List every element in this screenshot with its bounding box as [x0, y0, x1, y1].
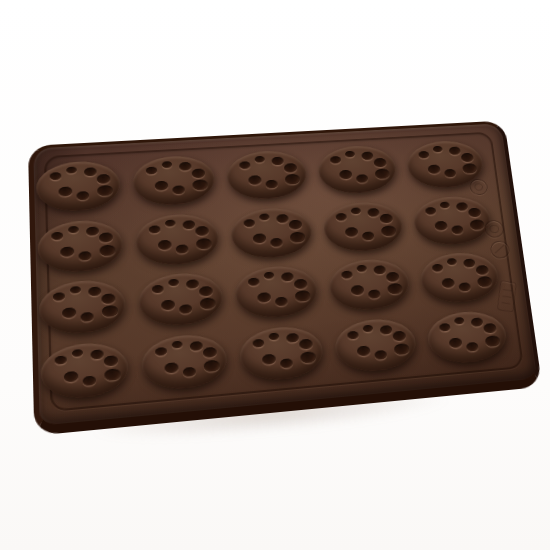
cavity-dimple [425, 207, 436, 215]
cavity-dimple [454, 317, 465, 324]
cavity-dimple [385, 271, 399, 281]
cavity-dimple [270, 238, 283, 247]
cavity-dimple [189, 341, 202, 351]
cavity-dimple [203, 359, 219, 371]
cavity-dimple [248, 175, 262, 185]
cavity-dimple [175, 244, 188, 253]
cavity-dimple [146, 167, 158, 175]
cavity-dimple [475, 265, 489, 275]
cavity-dimple [374, 168, 389, 179]
cavity-dimple [51, 232, 63, 240]
cavity-dimple [284, 174, 300, 185]
cavity-dimple [470, 317, 483, 327]
cavity-dimple [252, 339, 264, 348]
cavity-dimple [182, 367, 195, 377]
cavity-dimple [276, 214, 289, 223]
cavity-dimple [283, 163, 296, 173]
cavity-dimple [171, 340, 182, 348]
cavity-dimple [361, 231, 374, 240]
cavity-dimple [289, 231, 305, 242]
cavity-dimple [164, 362, 178, 373]
cavity-dimple [356, 174, 368, 183]
cavity-dimple [54, 355, 66, 364]
cavity-dimple [268, 332, 279, 340]
cavity-dimple [466, 342, 479, 352]
embossed-crossed-circle-icon [490, 240, 509, 259]
cavity-dimple [162, 161, 172, 168]
cavity-dimple [66, 167, 77, 174]
cavity-dimple [165, 219, 176, 226]
cavity-dimple [99, 244, 115, 256]
cavity-dimple [248, 278, 260, 287]
cavity-dimple [98, 232, 112, 243]
cavity-dimple [254, 156, 264, 163]
cavity-dimple [101, 305, 117, 317]
cavity-dimple [76, 191, 89, 200]
cavity-dimple [179, 304, 192, 314]
cavity-dimple [432, 264, 443, 272]
cavity-dimple [265, 180, 278, 189]
cavity-dimple [103, 355, 117, 366]
cavity-dimple [434, 220, 447, 230]
cavity-dimple [335, 213, 346, 221]
cavity-dimple [72, 349, 83, 357]
cavity-dimple [286, 333, 299, 343]
cavity-dimple [182, 220, 195, 229]
cavity-dimple [179, 162, 192, 171]
cavity-dimple [379, 325, 392, 335]
cavity-dimple [484, 335, 500, 347]
cavity-dimple [427, 164, 440, 174]
cavity-dimple [149, 225, 161, 233]
cavity-dimple [460, 152, 473, 161]
cavity-dimple [432, 146, 442, 153]
cavity-dimple [243, 219, 255, 227]
cavity-dimple [275, 297, 288, 307]
cavity-dimple [88, 287, 101, 297]
cavity-dimple [362, 324, 373, 332]
cavity-dimple [84, 168, 97, 177]
cavity-dimple [439, 201, 449, 208]
cavity-dimple [96, 173, 110, 183]
cavity-dimple [191, 168, 205, 178]
cavity-dimple [279, 358, 292, 368]
cavity-dimple [379, 214, 393, 224]
cavity-dimple [368, 290, 381, 299]
cavity-dimple [418, 151, 429, 159]
cavity-dimple [199, 297, 215, 309]
cavity-dimple [448, 337, 462, 348]
cavity-dimple [70, 286, 81, 294]
cavity-dimple [341, 271, 353, 279]
cavity-dimple [262, 353, 276, 364]
cavity-dimple [68, 226, 79, 233]
cavity-dimple [373, 265, 386, 274]
cavity-dimple [202, 347, 216, 358]
cavity-dimple [439, 323, 451, 332]
cavity-dimple [367, 208, 379, 217]
cavity-dimple [60, 246, 74, 257]
cavity-dimple [441, 278, 455, 288]
cavity-dimple [78, 251, 91, 261]
silicone-chocolate-mould [28, 121, 542, 436]
cavity-dimple [463, 259, 475, 268]
embossed-marking [497, 280, 517, 312]
cavity-dimple [451, 225, 463, 234]
cavity-dimple [252, 233, 266, 243]
cavity-dimple [392, 331, 406, 342]
cavity-dimple [90, 349, 103, 359]
cavity-dimple [361, 152, 373, 161]
cavity-dimple [168, 279, 179, 287]
cavity-dimple [172, 185, 185, 194]
cavity-dimple [468, 208, 481, 218]
cavity-dimple [62, 307, 76, 318]
cavity-dimple [483, 323, 497, 334]
cavity-dimple [195, 226, 209, 236]
cavity-dimple [257, 292, 271, 303]
cavity-dimple [161, 300, 175, 311]
cavity-dimple [97, 185, 113, 196]
cavity-dimple [393, 343, 409, 355]
cavity-dimple [259, 213, 269, 220]
cavity-dimple [380, 225, 396, 236]
cavity-dimple [356, 265, 367, 272]
cavity-dimple [373, 157, 386, 167]
cavity-dimple [350, 285, 364, 296]
cavity-dimple [469, 219, 484, 230]
cavity-dimple [104, 368, 121, 381]
cavity-dimple [347, 331, 359, 340]
cavity-dimple [49, 172, 61, 180]
cavity-dimple [53, 293, 65, 302]
cavity-dimple [64, 370, 79, 382]
cavity-dimple [264, 272, 275, 279]
cavity-dimple [345, 151, 355, 158]
cavity-dimple [387, 283, 403, 295]
cavity-dimple [477, 276, 493, 287]
photo-background [0, 0, 550, 550]
cavity-dimple [281, 272, 294, 282]
cavity-dimple [458, 282, 471, 291]
cavity-dimple [195, 238, 211, 250]
cavity-dimple [444, 169, 456, 178]
cavity-dimple [462, 163, 477, 174]
cavity-dimple [446, 258, 456, 265]
cavity-dimple [356, 345, 370, 356]
cavity-dimple [80, 312, 93, 322]
cavity-dimple [455, 202, 467, 211]
cavity-dimple [155, 347, 167, 356]
cavity-dimple [58, 186, 72, 196]
cavity-dimple [294, 290, 310, 302]
cavity-dimple [345, 226, 359, 236]
cavity-dimple [152, 285, 164, 294]
cavity-dimple [350, 207, 360, 214]
cavity-dimple [300, 351, 316, 363]
cavity-dimple [82, 375, 95, 385]
cavity-dimple [448, 147, 460, 156]
cavity-dimple [186, 279, 199, 289]
cavity-dimple [86, 226, 99, 235]
cavity-dimple [101, 293, 115, 304]
cavity-dimple [330, 156, 341, 164]
cavity-dimple [192, 179, 208, 190]
cavity-dimple [293, 278, 307, 289]
embossed-foodsafe-icon [485, 220, 504, 238]
cavity-dimple [339, 170, 352, 180]
cavity-dimple [158, 239, 172, 249]
cavity-dimple [239, 162, 250, 170]
cavity-dimple [271, 157, 283, 166]
cavity-dimple [198, 285, 212, 296]
cavity-dimple [298, 339, 312, 350]
cavity-dimple [154, 181, 168, 191]
cavity-dimple [374, 350, 387, 360]
cavity-dimple [288, 220, 302, 230]
